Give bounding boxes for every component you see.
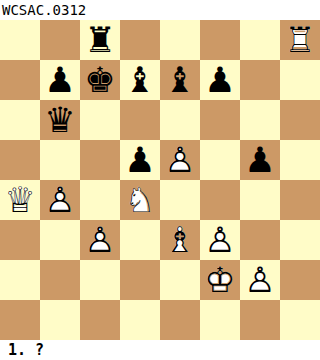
square-h7[interactable] <box>280 60 320 100</box>
square-g2[interactable]: ♟♙ <box>240 260 280 300</box>
square-c2[interactable] <box>80 260 120 300</box>
square-d7[interactable]: ♝ <box>120 60 160 100</box>
piece-glyph-layer: ♟ <box>240 140 280 180</box>
piece-outline-layer: ♗ <box>160 220 200 260</box>
piece-outline-layer: ♙ <box>160 140 200 180</box>
square-f6[interactable] <box>200 100 240 140</box>
square-f4[interactable] <box>200 180 240 220</box>
white-knight-piece[interactable]: ♞♘ <box>120 180 160 220</box>
square-d1[interactable] <box>120 300 160 340</box>
square-b2[interactable] <box>40 260 80 300</box>
square-g3[interactable] <box>240 220 280 260</box>
square-b8[interactable] <box>40 20 80 60</box>
square-g1[interactable] <box>240 300 280 340</box>
square-c1[interactable] <box>80 300 120 340</box>
square-a7[interactable] <box>0 60 40 100</box>
square-h4[interactable] <box>280 180 320 220</box>
white-pawn-piece[interactable]: ♟♙ <box>200 220 240 260</box>
square-c3[interactable]: ♟♙ <box>80 220 120 260</box>
white-pawn-piece[interactable]: ♟♙ <box>240 260 280 300</box>
square-h6[interactable] <box>280 100 320 140</box>
square-d5[interactable]: ♟ <box>120 140 160 180</box>
square-f1[interactable] <box>200 300 240 340</box>
square-f8[interactable] <box>200 20 240 60</box>
piece-outline-layer: ♔ <box>200 260 240 300</box>
square-a1[interactable] <box>0 300 40 340</box>
square-f5[interactable] <box>200 140 240 180</box>
black-pawn-piece[interactable]: ♟ <box>120 140 160 180</box>
square-g4[interactable] <box>240 180 280 220</box>
square-h5[interactable] <box>280 140 320 180</box>
square-e4[interactable] <box>160 180 200 220</box>
piece-outline-layer: ♙ <box>240 260 280 300</box>
piece-glyph-layer: ♟ <box>120 140 160 180</box>
square-a3[interactable] <box>0 220 40 260</box>
square-e6[interactable] <box>160 100 200 140</box>
white-pawn-piece[interactable]: ♟♙ <box>80 220 120 260</box>
chess-board: ♜♜♖♟♚♝♝♟♛♟♟♙♟♛♕♟♙♞♘♟♙♝♗♟♙♚♔♟♙ <box>0 20 320 340</box>
square-h3[interactable] <box>280 220 320 260</box>
piece-outline-layer: ♘ <box>120 180 160 220</box>
square-f3[interactable]: ♟♙ <box>200 220 240 260</box>
square-c8[interactable]: ♜ <box>80 20 120 60</box>
square-g8[interactable] <box>240 20 280 60</box>
black-pawn-piece[interactable]: ♟ <box>200 60 240 100</box>
square-h2[interactable] <box>280 260 320 300</box>
white-king-piece[interactable]: ♚♔ <box>200 260 240 300</box>
square-g7[interactable] <box>240 60 280 100</box>
square-c6[interactable] <box>80 100 120 140</box>
square-e2[interactable] <box>160 260 200 300</box>
square-f2[interactable]: ♚♔ <box>200 260 240 300</box>
puzzle-title: WCSAC.0312 <box>0 0 320 20</box>
white-pawn-piece[interactable]: ♟♙ <box>160 140 200 180</box>
square-d3[interactable] <box>120 220 160 260</box>
square-a2[interactable] <box>0 260 40 300</box>
piece-outline-layer: ♕ <box>0 180 40 220</box>
square-c5[interactable] <box>80 140 120 180</box>
square-a8[interactable] <box>0 20 40 60</box>
black-rook-piece[interactable]: ♜ <box>80 20 120 60</box>
black-pawn-piece[interactable]: ♟ <box>40 60 80 100</box>
black-pawn-piece[interactable]: ♟ <box>240 140 280 180</box>
piece-outline-layer: ♙ <box>40 180 80 220</box>
white-bishop-piece[interactable]: ♝♗ <box>160 220 200 260</box>
square-b4[interactable]: ♟♙ <box>40 180 80 220</box>
square-a5[interactable] <box>0 140 40 180</box>
square-d6[interactable] <box>120 100 160 140</box>
square-h1[interactable] <box>280 300 320 340</box>
piece-glyph-layer: ♟ <box>40 60 80 100</box>
piece-glyph-layer: ♝ <box>120 60 160 100</box>
square-d8[interactable] <box>120 20 160 60</box>
square-e3[interactable]: ♝♗ <box>160 220 200 260</box>
piece-outline-layer: ♙ <box>80 220 120 260</box>
square-c4[interactable] <box>80 180 120 220</box>
square-e1[interactable] <box>160 300 200 340</box>
white-pawn-piece[interactable]: ♟♙ <box>40 180 80 220</box>
square-a6[interactable] <box>0 100 40 140</box>
square-e5[interactable]: ♟♙ <box>160 140 200 180</box>
white-queen-piece[interactable]: ♛♕ <box>0 180 40 220</box>
square-e8[interactable] <box>160 20 200 60</box>
square-f7[interactable]: ♟ <box>200 60 240 100</box>
square-b3[interactable] <box>40 220 80 260</box>
white-rook-piece[interactable]: ♜♖ <box>280 20 320 60</box>
move-prompt: 1. ? <box>0 340 320 360</box>
black-bishop-piece[interactable]: ♝ <box>160 60 200 100</box>
black-bishop-piece[interactable]: ♝ <box>120 60 160 100</box>
square-b6[interactable]: ♛ <box>40 100 80 140</box>
square-h8[interactable]: ♜♖ <box>280 20 320 60</box>
square-b1[interactable] <box>40 300 80 340</box>
square-b5[interactable] <box>40 140 80 180</box>
square-e7[interactable]: ♝ <box>160 60 200 100</box>
square-b7[interactable]: ♟ <box>40 60 80 100</box>
square-d4[interactable]: ♞♘ <box>120 180 160 220</box>
square-a4[interactable]: ♛♕ <box>0 180 40 220</box>
square-g6[interactable] <box>240 100 280 140</box>
piece-glyph-layer: ♚ <box>80 60 120 100</box>
piece-glyph-layer: ♟ <box>200 60 240 100</box>
piece-glyph-layer: ♜ <box>80 20 120 60</box>
piece-glyph-layer: ♝ <box>160 60 200 100</box>
square-d2[interactable] <box>120 260 160 300</box>
piece-glyph-layer: ♛ <box>40 100 80 140</box>
piece-outline-layer: ♙ <box>200 220 240 260</box>
square-c7[interactable]: ♚ <box>80 60 120 100</box>
black-king-piece[interactable]: ♚ <box>80 60 120 100</box>
square-g5[interactable]: ♟ <box>240 140 280 180</box>
piece-outline-layer: ♖ <box>280 20 320 60</box>
black-queen-piece[interactable]: ♛ <box>40 100 80 140</box>
chess-puzzle-viewer: WCSAC.0312 ♜♜♖♟♚♝♝♟♛♟♟♙♟♛♕♟♙♞♘♟♙♝♗♟♙♚♔♟♙… <box>0 0 320 360</box>
